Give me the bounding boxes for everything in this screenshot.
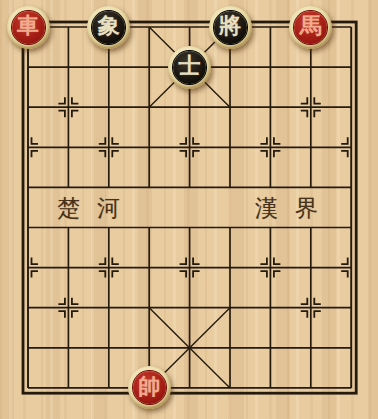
piece-disc: 帥 [133,371,166,404]
piece-black-advisor[interactable]: 士 [168,46,211,89]
river-label-left: 楚河 [57,193,137,224]
piece-disc: 將 [214,11,247,44]
piece-glyph: 車 [17,15,39,37]
piece-glyph: 將 [219,15,241,37]
piece-disc: 馬 [294,11,327,44]
piece-red-chariot[interactable]: 車 [7,6,50,49]
piece-red-horse[interactable]: 馬 [289,6,332,49]
piece-disc: 士 [173,51,206,84]
piece-disc: 象 [92,11,125,44]
river-label-right: 漢界 [255,193,335,224]
piece-glyph: 馬 [300,15,322,37]
piece-glyph: 士 [179,55,201,77]
piece-glyph: 象 [98,15,120,37]
piece-glyph: 帥 [138,376,160,398]
piece-black-elephant[interactable]: 象 [87,6,130,49]
xiangqi-board: 楚河 漢界 車象將馬士帥 [0,0,378,419]
piece-red-general[interactable]: 帥 [128,366,171,409]
piece-disc: 車 [12,11,45,44]
piece-black-general[interactable]: 將 [209,6,252,49]
